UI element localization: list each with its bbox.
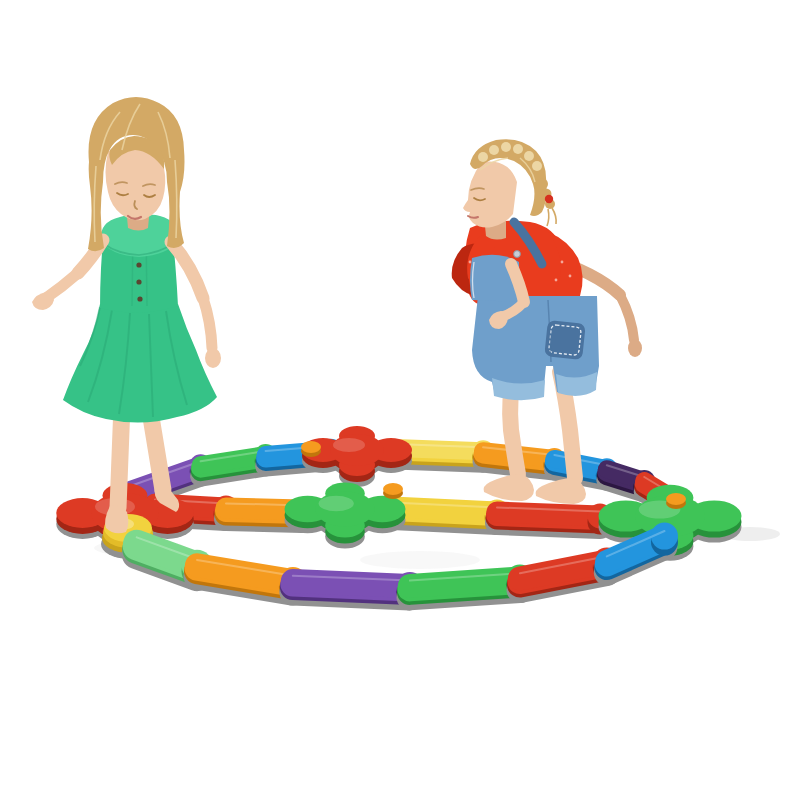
right-girl-far-hand <box>628 339 642 357</box>
puzzle-tab <box>383 483 403 495</box>
scene-svg <box>0 0 800 800</box>
left-girl-skirt <box>63 304 217 423</box>
left-girl-left-hand <box>205 348 221 368</box>
product-photo <box>0 0 800 800</box>
puzzle-tab <box>666 493 686 505</box>
beam-yellow <box>392 507 497 512</box>
beam-red <box>497 512 600 516</box>
left-girl-right-hand <box>32 292 54 310</box>
left-girl-left-forearm <box>203 298 212 348</box>
flower-highlight <box>333 438 365 452</box>
red-scrunchie <box>545 195 553 203</box>
puzzle-tab <box>301 441 321 453</box>
right-girl-far-forearm <box>620 295 634 340</box>
braid-wisps <box>547 208 556 226</box>
right-girl-front-foot <box>484 474 534 501</box>
beam-purple <box>293 581 410 586</box>
flower-highlight <box>319 496 354 511</box>
right-girl-back-foot <box>536 478 586 504</box>
strap-buckle <box>514 251 521 258</box>
